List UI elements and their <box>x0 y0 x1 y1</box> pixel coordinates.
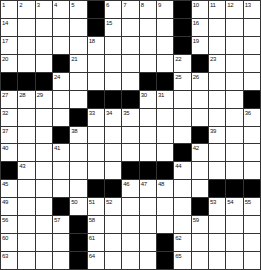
cell-r2c2[interactable] <box>18 19 35 37</box>
clue-number-56: 56 <box>2 216 8 224</box>
clue-number-51: 51 <box>89 198 95 206</box>
clue-number-24: 24 <box>54 73 60 81</box>
clue-number-32: 32 <box>2 109 8 117</box>
block-r5c1 <box>1 73 18 91</box>
cell-r3c6[interactable]: 18 <box>88 37 105 55</box>
clue-number-36: 36 <box>245 109 251 117</box>
cell-r13c15[interactable] <box>244 216 261 234</box>
clue-number-27: 27 <box>2 91 8 99</box>
cell-r4c8[interactable] <box>122 55 139 73</box>
cell-r11c4[interactable] <box>53 180 70 198</box>
cell-r4c13[interactable]: 23 <box>209 55 226 73</box>
cell-r9c15[interactable] <box>244 144 261 162</box>
cell-r1c13[interactable]: 11 <box>209 1 226 19</box>
block-r8c12 <box>192 127 209 145</box>
cell-r7c12[interactable] <box>192 109 209 127</box>
cell-r10c6[interactable] <box>88 162 105 180</box>
block-r2c6 <box>88 19 105 37</box>
cell-r12c6[interactable]: 51 <box>88 198 105 216</box>
cell-r9c2[interactable] <box>18 144 35 162</box>
cell-r12c7[interactable]: 52 <box>105 198 122 216</box>
cell-r5c4[interactable]: 24 <box>53 73 70 91</box>
cell-r10c7[interactable] <box>105 162 122 180</box>
clue-number-44: 44 <box>175 162 181 170</box>
clue-number-14: 14 <box>2 19 8 27</box>
block-r14c10 <box>157 234 174 252</box>
cell-r11c2[interactable] <box>18 180 35 198</box>
clue-number-43: 43 <box>19 162 25 170</box>
cell-r14c7[interactable] <box>105 234 122 252</box>
clue-number-64: 64 <box>89 252 95 260</box>
cell-r13c12[interactable]: 59 <box>192 216 209 234</box>
clue-number-65: 65 <box>175 252 181 260</box>
cell-r1c9[interactable]: 8 <box>140 1 157 19</box>
cell-r2c9[interactable] <box>140 19 157 37</box>
cell-r1c4[interactable]: 4 <box>53 1 70 19</box>
cell-r4c15[interactable] <box>244 55 261 73</box>
cell-r15c13[interactable] <box>209 252 226 270</box>
clue-number-59: 59 <box>193 216 199 224</box>
clue-number-11: 11 <box>210 1 216 9</box>
cell-r2c15[interactable] <box>244 19 261 37</box>
cell-r1c10[interactable]: 9 <box>157 1 174 19</box>
block-r11c14 <box>226 180 243 198</box>
block-r5c9 <box>140 73 157 91</box>
cell-r12c15[interactable]: 55 <box>244 198 261 216</box>
cell-r6c13[interactable] <box>209 91 226 109</box>
cell-r13c7[interactable] <box>105 216 122 234</box>
cell-r8c13[interactable]: 39 <box>209 127 226 145</box>
clue-number-33: 33 <box>89 109 95 117</box>
block-r11c15 <box>244 180 261 198</box>
cell-r14c12[interactable] <box>192 234 209 252</box>
clue-number-6: 6 <box>106 1 109 9</box>
clue-number-8: 8 <box>141 1 144 9</box>
cell-r14c6[interactable]: 61 <box>88 234 105 252</box>
block-r10c8 <box>122 162 139 180</box>
cell-r12c11[interactable] <box>174 198 191 216</box>
clue-number-54: 54 <box>227 198 233 206</box>
cell-r4c14[interactable] <box>226 55 243 73</box>
cell-r8c10[interactable] <box>157 127 174 145</box>
cell-r12c8[interactable] <box>122 198 139 216</box>
clue-number-55: 55 <box>245 198 251 206</box>
cell-r13c10[interactable] <box>157 216 174 234</box>
clue-number-21: 21 <box>71 55 77 63</box>
clue-number-1: 1 <box>2 1 5 9</box>
cell-r5c13[interactable] <box>209 73 226 91</box>
cell-r2c8[interactable] <box>122 19 139 37</box>
cell-r15c11[interactable]: 65 <box>174 252 191 270</box>
cell-r10c2[interactable]: 43 <box>18 162 35 180</box>
block-r5c3 <box>36 73 53 91</box>
cell-r3c4[interactable] <box>53 37 70 55</box>
cell-r14c1[interactable]: 60 <box>1 234 18 252</box>
clue-number-5: 5 <box>71 1 74 9</box>
block-r6c15 <box>244 91 261 109</box>
cell-r11c3[interactable] <box>36 180 53 198</box>
block-r14c5 <box>70 234 87 252</box>
cell-r13c2[interactable] <box>18 216 35 234</box>
cell-r11c10[interactable]: 48 <box>157 180 174 198</box>
cell-r9c8[interactable] <box>122 144 139 162</box>
block-r12c12 <box>192 198 209 216</box>
cell-r3c15[interactable] <box>244 37 261 55</box>
cell-r9c10[interactable] <box>157 144 174 162</box>
cell-r15c1[interactable]: 63 <box>1 252 18 270</box>
cell-r15c6[interactable]: 64 <box>88 252 105 270</box>
cell-r3c9[interactable] <box>140 37 157 55</box>
cell-r7c1[interactable]: 32 <box>1 109 18 127</box>
cell-r3c2[interactable] <box>18 37 35 55</box>
cell-r8c9[interactable] <box>140 127 157 145</box>
cell-r13c1[interactable]: 56 <box>1 216 18 234</box>
cell-r14c2[interactable] <box>18 234 35 252</box>
cell-r9c14[interactable] <box>226 144 243 162</box>
cell-r1c8[interactable]: 7 <box>122 1 139 19</box>
cell-r3c12[interactable]: 19 <box>192 37 209 55</box>
cell-r11c11[interactable] <box>174 180 191 198</box>
clue-number-60: 60 <box>2 234 8 242</box>
cell-r1c14[interactable]: 12 <box>226 1 243 19</box>
cell-r13c13[interactable] <box>209 216 226 234</box>
cell-r12c13[interactable]: 53 <box>209 198 226 216</box>
clue-number-62: 62 <box>175 234 181 242</box>
cell-r6c4[interactable] <box>53 91 70 109</box>
block-r10c10 <box>157 162 174 180</box>
clue-number-41: 41 <box>54 144 60 152</box>
cell-r3c1[interactable]: 17 <box>1 37 18 55</box>
cell-r7c14[interactable] <box>226 109 243 127</box>
cell-r14c8[interactable] <box>122 234 139 252</box>
cell-r14c4[interactable] <box>53 234 70 252</box>
cell-r3c8[interactable] <box>122 37 139 55</box>
cell-r6c3[interactable]: 29 <box>36 91 53 109</box>
cell-r10c13[interactable] <box>209 162 226 180</box>
cell-r1c3[interactable]: 3 <box>36 1 53 19</box>
cell-r15c3[interactable] <box>36 252 53 270</box>
cell-r5c6[interactable] <box>88 73 105 91</box>
block-r8c4 <box>53 127 70 145</box>
cell-r10c12[interactable] <box>192 162 209 180</box>
block-r5c10 <box>157 73 174 91</box>
cell-r15c12[interactable] <box>192 252 209 270</box>
cell-r14c14[interactable] <box>226 234 243 252</box>
cell-r6c11[interactable] <box>174 91 191 109</box>
cell-r8c14[interactable] <box>226 127 243 145</box>
cell-r6c1[interactable]: 27 <box>1 91 18 109</box>
clue-number-39: 39 <box>210 127 216 135</box>
cell-r9c5[interactable] <box>70 144 87 162</box>
cell-r1c1[interactable]: 1 <box>1 1 18 19</box>
clue-number-26: 26 <box>193 73 199 81</box>
cell-r6c2[interactable]: 28 <box>18 91 35 109</box>
cell-r14c3[interactable] <box>36 234 53 252</box>
cell-r4c7[interactable] <box>105 55 122 73</box>
clue-number-20: 20 <box>2 55 8 63</box>
cell-r7c10[interactable] <box>157 109 174 127</box>
block-r15c10 <box>157 252 174 270</box>
cell-r2c3[interactable] <box>36 19 53 37</box>
cell-r4c9[interactable] <box>140 55 157 73</box>
cell-r15c15[interactable] <box>244 252 261 270</box>
cell-r9c4[interactable]: 41 <box>53 144 70 162</box>
block-r11c13 <box>209 180 226 198</box>
cell-r15c2[interactable] <box>18 252 35 270</box>
cell-r6c10[interactable]: 31 <box>157 91 174 109</box>
crossword-board: 1234567891011121314151617181920212223242… <box>0 0 261 270</box>
block-r15c5 <box>70 252 87 270</box>
cell-r7c13[interactable] <box>209 109 226 127</box>
clue-number-35: 35 <box>123 109 129 117</box>
block-r10c9 <box>140 162 157 180</box>
clue-number-37: 37 <box>2 127 8 135</box>
cell-r4c6[interactable] <box>88 55 105 73</box>
cell-r5c12[interactable]: 26 <box>192 73 209 91</box>
cell-r7c6[interactable]: 33 <box>88 109 105 127</box>
block-r1c6 <box>88 1 105 19</box>
clue-number-16: 16 <box>193 19 199 27</box>
clue-number-42: 42 <box>193 144 199 152</box>
clue-number-2: 2 <box>19 1 22 9</box>
cell-r9c12[interactable]: 42 <box>192 144 209 162</box>
cell-r14c15[interactable] <box>244 234 261 252</box>
block-r6c8 <box>122 91 139 109</box>
cell-r2c14[interactable] <box>226 19 243 37</box>
clue-number-28: 28 <box>19 91 25 99</box>
clue-number-22: 22 <box>175 55 181 63</box>
cell-r4c11[interactable]: 22 <box>174 55 191 73</box>
cell-r10c11[interactable]: 44 <box>174 162 191 180</box>
cell-r7c8[interactable]: 35 <box>122 109 139 127</box>
cell-r10c14[interactable] <box>226 162 243 180</box>
clue-number-38: 38 <box>71 127 77 135</box>
cell-r15c4[interactable] <box>53 252 70 270</box>
clue-number-52: 52 <box>106 198 112 206</box>
cell-r5c5[interactable] <box>70 73 87 91</box>
clue-number-19: 19 <box>193 37 199 45</box>
cell-r8c2[interactable] <box>18 127 35 145</box>
block-r7c5 <box>70 109 87 127</box>
clue-number-53: 53 <box>210 198 216 206</box>
cell-r13c11[interactable] <box>174 216 191 234</box>
cell-r3c3[interactable] <box>36 37 53 55</box>
cell-r4c2[interactable] <box>18 55 35 73</box>
cell-r11c9[interactable]: 47 <box>140 180 157 198</box>
block-r9c11 <box>174 144 191 162</box>
clue-number-45: 45 <box>2 180 8 188</box>
cell-r5c15[interactable] <box>244 73 261 91</box>
cell-r8c11[interactable] <box>174 127 191 145</box>
cell-r8c7[interactable] <box>105 127 122 145</box>
clue-number-25: 25 <box>175 73 181 81</box>
cell-r7c7[interactable]: 34 <box>105 109 122 127</box>
cell-r10c15[interactable] <box>244 162 261 180</box>
block-r3c11 <box>174 37 191 55</box>
cell-r8c1[interactable]: 37 <box>1 127 18 145</box>
block-r6c6 <box>88 91 105 109</box>
clue-number-3: 3 <box>37 1 40 9</box>
clue-number-13: 13 <box>245 1 251 9</box>
cell-r5c11[interactable]: 25 <box>174 73 191 91</box>
cell-r4c3[interactable] <box>36 55 53 73</box>
cell-r14c11[interactable]: 62 <box>174 234 191 252</box>
cell-r10c4[interactable] <box>53 162 70 180</box>
block-r2c11 <box>174 19 191 37</box>
cell-r6c9[interactable]: 30 <box>140 91 157 109</box>
cell-r9c7[interactable] <box>105 144 122 162</box>
cell-r1c7[interactable]: 6 <box>105 1 122 19</box>
cell-r15c9[interactable] <box>140 252 157 270</box>
cell-r1c15[interactable]: 13 <box>244 1 261 19</box>
cell-r2c10[interactable] <box>157 19 174 37</box>
clue-number-10: 10 <box>193 1 199 9</box>
clue-number-34: 34 <box>106 109 112 117</box>
cell-r15c14[interactable] <box>226 252 243 270</box>
clue-number-57: 57 <box>54 216 60 224</box>
cell-r14c13[interactable] <box>209 234 226 252</box>
cell-r8c5[interactable]: 38 <box>70 127 87 145</box>
clue-number-12: 12 <box>227 1 233 9</box>
cell-r8c6[interactable] <box>88 127 105 145</box>
cell-r10c3[interactable] <box>36 162 53 180</box>
block-r5c2 <box>18 73 35 91</box>
clue-number-61: 61 <box>89 234 95 242</box>
cell-r5c7[interactable] <box>105 73 122 91</box>
cell-r4c10[interactable] <box>157 55 174 73</box>
cell-r12c2[interactable] <box>18 198 35 216</box>
cell-r9c9[interactable] <box>140 144 157 162</box>
cell-r7c4[interactable] <box>53 109 70 127</box>
cell-r2c1[interactable]: 14 <box>1 19 18 37</box>
cell-r12c9[interactable] <box>140 198 157 216</box>
cell-r1c2[interactable]: 2 <box>18 1 35 19</box>
block-r10c1 <box>1 162 18 180</box>
cell-r2c7[interactable]: 15 <box>105 19 122 37</box>
cell-r3c14[interactable] <box>226 37 243 55</box>
cell-r6c14[interactable] <box>226 91 243 109</box>
cell-r2c4[interactable] <box>53 19 70 37</box>
clue-number-18: 18 <box>89 37 95 45</box>
cell-r3c7[interactable] <box>105 37 122 55</box>
cell-r12c10[interactable] <box>157 198 174 216</box>
cell-r4c5[interactable]: 21 <box>70 55 87 73</box>
block-r11c6 <box>88 180 105 198</box>
block-r13c5 <box>70 216 87 234</box>
clue-number-9: 9 <box>158 1 161 9</box>
block-r4c4 <box>53 55 70 73</box>
clue-number-29: 29 <box>37 91 43 99</box>
clue-number-23: 23 <box>210 55 216 63</box>
cell-r12c5[interactable]: 50 <box>70 198 87 216</box>
clue-number-40: 40 <box>2 144 8 152</box>
clue-number-15: 15 <box>106 19 112 27</box>
cell-r8c15[interactable] <box>244 127 261 145</box>
cell-r5c14[interactable] <box>226 73 243 91</box>
block-r11c7 <box>105 180 122 198</box>
cell-r13c3[interactable] <box>36 216 53 234</box>
cell-r12c3[interactable] <box>36 198 53 216</box>
cell-r3c5[interactable] <box>70 37 87 55</box>
cell-r4c1[interactable]: 20 <box>1 55 18 73</box>
cell-r7c15[interactable]: 36 <box>244 109 261 127</box>
clue-number-17: 17 <box>2 37 8 45</box>
block-r4c12 <box>192 55 209 73</box>
cell-r9c3[interactable] <box>36 144 53 162</box>
cell-r3c10[interactable] <box>157 37 174 55</box>
block-r6c7 <box>105 91 122 109</box>
clue-number-58: 58 <box>89 216 95 224</box>
cell-r13c9[interactable] <box>140 216 157 234</box>
cell-r5c8[interactable] <box>122 73 139 91</box>
block-r12c4 <box>53 198 70 216</box>
cell-r11c1[interactable]: 45 <box>1 180 18 198</box>
cell-r13c14[interactable] <box>226 216 243 234</box>
cell-r9c6[interactable] <box>88 144 105 162</box>
cell-r7c9[interactable] <box>140 109 157 127</box>
cell-r1c12[interactable]: 10 <box>192 1 209 19</box>
cell-r15c7[interactable] <box>105 252 122 270</box>
cell-r8c8[interactable] <box>122 127 139 145</box>
cell-r2c12[interactable]: 16 <box>192 19 209 37</box>
cell-r2c13[interactable] <box>209 19 226 37</box>
clue-number-30: 30 <box>141 91 147 99</box>
cell-r6c12[interactable] <box>192 91 209 109</box>
cell-r12c14[interactable]: 54 <box>226 198 243 216</box>
cell-r9c1[interactable]: 40 <box>1 144 18 162</box>
cell-r9c13[interactable] <box>209 144 226 162</box>
cell-r11c5[interactable] <box>70 180 87 198</box>
cell-r7c11[interactable] <box>174 109 191 127</box>
clue-number-50: 50 <box>71 198 77 206</box>
block-r1c11 <box>174 1 191 19</box>
cell-r1c5[interactable]: 5 <box>70 1 87 19</box>
clue-number-49: 49 <box>2 198 8 206</box>
cell-r6c5[interactable] <box>70 91 87 109</box>
clue-number-7: 7 <box>123 1 126 9</box>
cell-r14c9[interactable] <box>140 234 157 252</box>
cell-r7c3[interactable] <box>36 109 53 127</box>
cell-r2c5[interactable] <box>70 19 87 37</box>
cell-r12c1[interactable]: 49 <box>1 198 18 216</box>
cell-r13c4[interactable]: 57 <box>53 216 70 234</box>
cell-r7c2[interactable] <box>18 109 35 127</box>
cell-r3c13[interactable] <box>209 37 226 55</box>
cell-r11c12[interactable] <box>192 180 209 198</box>
cell-r11c8[interactable]: 46 <box>122 180 139 198</box>
clue-number-31: 31 <box>158 91 164 99</box>
cell-r10c5[interactable] <box>70 162 87 180</box>
clue-number-4: 4 <box>54 1 57 9</box>
cell-r13c6[interactable]: 58 <box>88 216 105 234</box>
cell-r13c8[interactable] <box>122 216 139 234</box>
clue-number-63: 63 <box>2 252 8 260</box>
clue-number-46: 46 <box>123 180 129 188</box>
clue-number-48: 48 <box>158 180 164 188</box>
clue-number-47: 47 <box>141 180 147 188</box>
cell-r15c8[interactable] <box>122 252 139 270</box>
cell-r8c3[interactable] <box>36 127 53 145</box>
